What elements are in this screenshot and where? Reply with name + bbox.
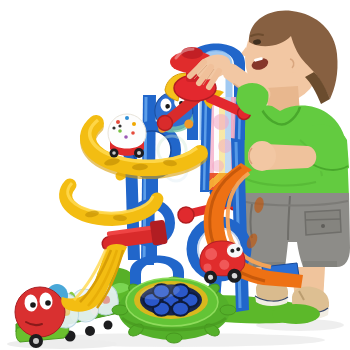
shorts-hem-right xyxy=(303,261,337,267)
caterpillar-wheel-2 xyxy=(85,326,95,336)
base-mound-right xyxy=(272,304,320,324)
caterpillar-pupil-left xyxy=(30,302,36,308)
pocket-button xyxy=(321,224,325,228)
boy-left-fist xyxy=(248,141,276,171)
white-car-eye-left xyxy=(112,126,115,129)
red-blade-left-knob xyxy=(158,116,173,131)
pocket-flap-line xyxy=(305,219,341,220)
scene-illustration xyxy=(0,0,350,350)
shorts-pocket xyxy=(305,210,341,235)
caterpillar-front-hub xyxy=(33,338,39,344)
product-photo xyxy=(0,0,350,350)
caterpillar-head xyxy=(15,287,65,337)
caterpillar-pupil-right xyxy=(45,300,51,306)
caterpillar-wheel-3 xyxy=(104,321,113,330)
spinner-pad xyxy=(112,277,236,343)
chute-ball-reflection-3 xyxy=(212,160,224,172)
chute-ball-reflection-1 xyxy=(213,114,229,130)
white-car-eye-right xyxy=(118,124,121,127)
white-confetti-car xyxy=(108,114,146,158)
chute-ball-reflection-2 xyxy=(218,139,232,153)
